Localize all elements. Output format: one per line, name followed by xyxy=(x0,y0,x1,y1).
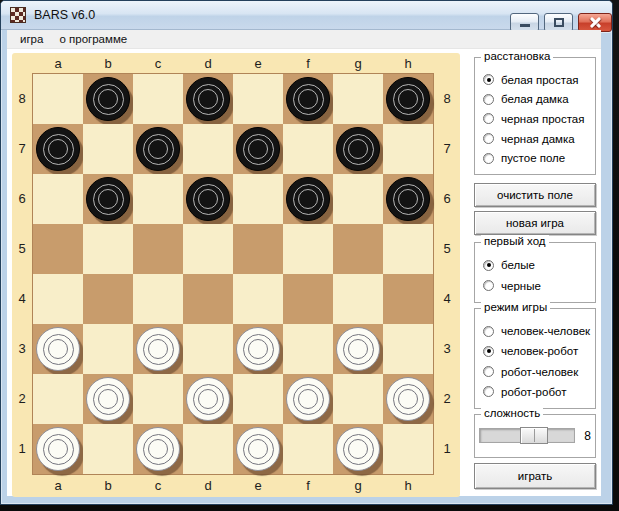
radio-label: робот-человек xyxy=(501,366,578,378)
piece-ring xyxy=(393,384,424,415)
square-c1[interactable] xyxy=(133,424,183,474)
menu-item-game[interactable]: игра xyxy=(12,32,51,46)
square-f1[interactable] xyxy=(283,424,333,474)
rank-label-3: 3 xyxy=(13,324,31,374)
mode-option-1[interactable]: человек-робот xyxy=(483,345,595,357)
square-c2[interactable] xyxy=(133,374,183,424)
radio-label: белая дамка xyxy=(501,93,569,105)
file-label-a: a xyxy=(33,478,83,493)
square-e8[interactable] xyxy=(233,74,283,124)
piece-ring xyxy=(98,189,118,209)
square-d6[interactable] xyxy=(183,174,233,224)
radio-label: белая простая xyxy=(501,74,579,86)
black-man-f6[interactable] xyxy=(286,177,330,221)
file-label-h: h xyxy=(383,478,433,493)
piece-ring xyxy=(43,134,74,165)
black-man-h8[interactable] xyxy=(386,77,430,121)
piece-ring xyxy=(348,139,368,159)
file-label-c: c xyxy=(133,56,183,71)
square-h2[interactable] xyxy=(383,374,433,424)
square-f3[interactable] xyxy=(283,324,333,374)
square-h7[interactable] xyxy=(383,124,433,174)
square-e1[interactable] xyxy=(233,424,283,474)
piece-ring xyxy=(98,389,118,409)
setup-option-3[interactable]: черная дамка xyxy=(483,133,595,145)
piece-ring xyxy=(243,134,274,165)
file-label-c: c xyxy=(133,478,183,493)
square-e3[interactable] xyxy=(233,324,283,374)
black-man-d8[interactable] xyxy=(186,77,230,121)
white-man-b2[interactable] xyxy=(86,377,130,421)
rank-label-4: 4 xyxy=(438,274,456,324)
piece-ring xyxy=(48,139,68,159)
radio-icon xyxy=(483,153,494,164)
radio-icon xyxy=(483,94,494,105)
piece-ring xyxy=(93,184,124,215)
piece-ring xyxy=(343,434,374,465)
piece-ring xyxy=(48,339,68,359)
square-a8[interactable] xyxy=(33,74,83,124)
piece-ring xyxy=(248,339,268,359)
piece-ring xyxy=(398,189,418,209)
piece-ring xyxy=(143,434,174,465)
setup-option-0[interactable]: белая простая xyxy=(483,74,595,86)
maximize-icon xyxy=(554,18,564,27)
square-e5[interactable] xyxy=(233,224,283,274)
radio-label: человек-робот xyxy=(501,345,578,357)
mode-option-3[interactable]: робот-робот xyxy=(483,386,595,398)
piece-ring xyxy=(398,89,418,109)
square-f6[interactable] xyxy=(283,174,333,224)
piece-ring xyxy=(148,139,168,159)
file-label-g: g xyxy=(333,478,383,493)
square-h4[interactable] xyxy=(383,274,433,324)
radio-icon xyxy=(483,133,494,144)
square-e4[interactable] xyxy=(233,274,283,324)
piece-ring xyxy=(393,184,424,215)
file-label-f: f xyxy=(283,478,333,493)
mode-option-0[interactable]: человек-человек xyxy=(483,325,595,337)
square-e6[interactable] xyxy=(233,174,283,224)
file-label-d: d xyxy=(183,56,233,71)
radio-icon xyxy=(483,280,494,291)
square-d2[interactable] xyxy=(183,374,233,424)
radio-label: человек-человек xyxy=(501,325,590,337)
file-label-e: e xyxy=(233,478,283,493)
white-man-c3[interactable] xyxy=(136,327,180,371)
square-c8[interactable] xyxy=(133,74,183,124)
square-g3[interactable] xyxy=(333,324,383,374)
difficulty-slider-thumb[interactable] xyxy=(520,427,548,444)
piece-ring xyxy=(293,384,324,415)
setup-group: расстановка белая простаябелая дамкачерн… xyxy=(474,57,596,175)
square-g4[interactable] xyxy=(333,274,383,324)
square-e2[interactable] xyxy=(233,374,283,424)
first-move-option-1[interactable]: черные xyxy=(483,280,595,292)
difficulty-group: сложность 8 xyxy=(474,414,596,458)
piece-ring xyxy=(43,434,74,465)
square-b3[interactable] xyxy=(83,324,133,374)
piece-ring xyxy=(243,334,274,365)
minimize-icon xyxy=(520,24,530,27)
radio-icon xyxy=(483,326,494,337)
square-c4[interactable] xyxy=(133,274,183,324)
piece-ring xyxy=(293,184,324,215)
black-man-b6[interactable] xyxy=(86,177,130,221)
white-man-e3[interactable] xyxy=(236,327,280,371)
radio-icon xyxy=(483,346,494,357)
square-h5[interactable] xyxy=(383,224,433,274)
square-f4[interactable] xyxy=(283,274,333,324)
game-mode-group: режим игры человек-человекчеловек-роботр… xyxy=(474,308,596,409)
piece-ring xyxy=(343,334,374,365)
square-d5[interactable] xyxy=(183,224,233,274)
square-c6[interactable] xyxy=(133,174,183,224)
white-man-a1[interactable] xyxy=(36,427,80,471)
square-d7[interactable] xyxy=(183,124,233,174)
square-f7[interactable] xyxy=(283,124,333,174)
black-man-g7[interactable] xyxy=(336,127,380,171)
file-label-h: h xyxy=(383,56,433,71)
app-window: BARS v6.0 игра о программе abcdefgh abcd… xyxy=(0,0,613,505)
piece-ring xyxy=(298,89,318,109)
piece-ring xyxy=(148,439,168,459)
game-mode-group-title: режим игры xyxy=(481,301,550,313)
white-man-d2[interactable] xyxy=(186,377,230,421)
piece-ring xyxy=(193,384,224,415)
setup-option-2[interactable]: черная простая xyxy=(483,113,595,125)
piece-ring xyxy=(198,389,218,409)
white-man-e1[interactable] xyxy=(236,427,280,471)
radio-icon xyxy=(483,74,494,85)
rank-label-5: 5 xyxy=(438,224,456,274)
file-label-g: g xyxy=(333,56,383,71)
setup-option-4[interactable]: пустое поле xyxy=(483,152,595,164)
file-label-e: e xyxy=(233,56,283,71)
rank-label-2: 2 xyxy=(438,374,456,424)
piece-ring xyxy=(193,84,224,115)
square-d3[interactable] xyxy=(183,324,233,374)
black-man-c7[interactable] xyxy=(136,127,180,171)
window-title: BARS v6.0 xyxy=(34,8,95,22)
radio-label: робот-робот xyxy=(501,386,566,398)
menu-item-about[interactable]: о программе xyxy=(51,32,135,46)
white-man-c1[interactable] xyxy=(136,427,180,471)
piece-ring xyxy=(298,189,318,209)
rank-label-6: 6 xyxy=(13,174,31,224)
desktop: BARS v6.0 игра о программе abcdefgh abcd… xyxy=(0,0,619,511)
rank-label-1: 1 xyxy=(438,424,456,474)
piece-ring xyxy=(298,389,318,409)
square-h6[interactable] xyxy=(383,174,433,224)
app-checkerboard-icon xyxy=(10,7,26,23)
black-man-e7[interactable] xyxy=(236,127,280,171)
clear-board-button[interactable]: очистить поле xyxy=(474,183,596,207)
square-c5[interactable] xyxy=(133,224,183,274)
play-button[interactable]: играть xyxy=(474,463,596,489)
radio-label: черная простая xyxy=(501,113,584,125)
menubar: игра о программе xyxy=(7,30,601,49)
square-c7[interactable] xyxy=(133,124,183,174)
square-d1[interactable] xyxy=(183,424,233,474)
square-a5[interactable] xyxy=(33,224,83,274)
square-b5[interactable] xyxy=(83,224,133,274)
rank-label-8: 8 xyxy=(438,74,456,124)
square-b6[interactable] xyxy=(83,174,133,224)
black-man-d6[interactable] xyxy=(186,177,230,221)
radio-label: черная дамка xyxy=(501,133,575,145)
piece-ring xyxy=(293,84,324,115)
square-g8[interactable] xyxy=(333,74,383,124)
piece-ring xyxy=(48,439,68,459)
piece-ring xyxy=(143,334,174,365)
radio-icon xyxy=(483,366,494,377)
square-d4[interactable] xyxy=(183,274,233,324)
square-h8[interactable] xyxy=(383,74,433,124)
piece-ring xyxy=(243,434,274,465)
square-f5[interactable] xyxy=(283,224,333,274)
square-a7[interactable] xyxy=(33,124,83,174)
rank-label-6: 6 xyxy=(438,174,456,224)
rank-label-7: 7 xyxy=(438,124,456,174)
square-a1[interactable] xyxy=(33,424,83,474)
square-a2[interactable] xyxy=(33,374,83,424)
black-man-a7[interactable] xyxy=(36,127,80,171)
piece-ring xyxy=(148,339,168,359)
piece-ring xyxy=(248,439,268,459)
difficulty-slider[interactable] xyxy=(479,428,575,443)
rank-label-7: 7 xyxy=(13,124,31,174)
piece-ring xyxy=(143,134,174,165)
white-man-g3[interactable] xyxy=(336,327,380,371)
square-f8[interactable] xyxy=(283,74,333,124)
first-move-group-title: первый ход xyxy=(481,235,549,247)
white-man-g1[interactable] xyxy=(336,427,380,471)
first-move-option-0[interactable]: белые xyxy=(483,259,595,271)
file-label-d: d xyxy=(183,478,233,493)
piece-ring xyxy=(348,439,368,459)
rank-label-5: 5 xyxy=(13,224,31,274)
piece-ring xyxy=(343,134,374,165)
new-game-button[interactable]: новая игра xyxy=(474,211,596,235)
piece-ring xyxy=(98,89,118,109)
radio-label: белые xyxy=(501,259,535,271)
square-a6[interactable] xyxy=(33,174,83,224)
piece-ring xyxy=(93,384,124,415)
square-h3[interactable] xyxy=(383,324,433,374)
rank-label-2: 2 xyxy=(13,374,31,424)
square-g7[interactable] xyxy=(333,124,383,174)
white-man-f2[interactable] xyxy=(286,377,330,421)
rank-label-8: 8 xyxy=(13,74,31,124)
square-a3[interactable] xyxy=(33,324,83,374)
control-panel: расстановка белая простаябелая дамкачерн… xyxy=(470,49,601,496)
piece-ring xyxy=(198,89,218,109)
square-g2[interactable] xyxy=(333,374,383,424)
black-man-f8[interactable] xyxy=(286,77,330,121)
radio-label: пустое поле xyxy=(501,152,565,164)
square-b8[interactable] xyxy=(83,74,133,124)
black-man-h6[interactable] xyxy=(386,177,430,221)
file-label-b: b xyxy=(83,56,133,71)
piece-ring xyxy=(43,334,74,365)
black-man-b8[interactable] xyxy=(86,77,130,121)
difficulty-group-title: сложность xyxy=(481,407,543,419)
square-d8[interactable] xyxy=(183,74,233,124)
first-move-group: первый ход белыечерные xyxy=(474,242,596,303)
radio-icon xyxy=(483,260,494,271)
square-b4[interactable] xyxy=(83,274,133,324)
piece-ring xyxy=(193,184,224,215)
white-man-h2[interactable] xyxy=(386,377,430,421)
square-e7[interactable] xyxy=(233,124,283,174)
board-area: abcdefgh abcdefgh 87654321 87654321 xyxy=(12,53,460,497)
radio-icon xyxy=(483,386,494,397)
square-a4[interactable] xyxy=(33,274,83,324)
piece-ring xyxy=(393,84,424,115)
white-man-a3[interactable] xyxy=(36,327,80,371)
file-label-b: b xyxy=(83,478,133,493)
square-b2[interactable] xyxy=(83,374,133,424)
titlebar[interactable]: BARS v6.0 xyxy=(1,1,612,30)
square-g5[interactable] xyxy=(333,224,383,274)
square-c3[interactable] xyxy=(133,324,183,374)
file-label-a: a xyxy=(33,56,83,71)
square-g6[interactable] xyxy=(333,174,383,224)
piece-ring xyxy=(198,189,218,209)
client-area: abcdefgh abcdefgh 87654321 87654321 расс… xyxy=(7,49,601,496)
rank-label-3: 3 xyxy=(438,324,456,374)
file-label-f: f xyxy=(283,56,333,71)
setup-group-title: расстановка xyxy=(481,50,553,62)
radio-label: черные xyxy=(501,280,541,292)
square-b1[interactable] xyxy=(83,424,133,474)
piece-ring xyxy=(348,339,368,359)
square-b7[interactable] xyxy=(83,124,133,174)
square-g1[interactable] xyxy=(333,424,383,474)
radio-icon xyxy=(483,113,494,124)
piece-ring xyxy=(248,139,268,159)
setup-option-1[interactable]: белая дамка xyxy=(483,93,595,105)
mode-option-2[interactable]: робот-человек xyxy=(483,366,595,378)
square-f2[interactable] xyxy=(283,374,333,424)
rank-label-1: 1 xyxy=(13,424,31,474)
checkers-board xyxy=(32,73,434,475)
piece-ring xyxy=(93,84,124,115)
piece-ring xyxy=(398,389,418,409)
rank-label-4: 4 xyxy=(13,274,31,324)
difficulty-value: 8 xyxy=(579,429,591,443)
square-h1[interactable] xyxy=(383,424,433,474)
